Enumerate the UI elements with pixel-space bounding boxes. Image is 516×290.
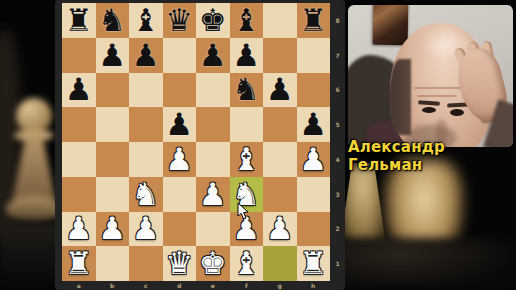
square-f7[interactable]: ♟ — [230, 38, 264, 73]
chess-board[interactable]: ♜♞♝♛♚♝♜♟♟♟♟♟♞♟♟♟♟♝♟♞♟♞♟♟♟♟♟♜♛♚♝♜ — [62, 3, 330, 281]
square-b6[interactable] — [96, 73, 130, 108]
square-d5[interactable]: ♟ — [163, 107, 197, 142]
square-c7[interactable]: ♟ — [129, 38, 163, 73]
square-d2[interactable] — [163, 212, 197, 247]
background-gold-pawn — [6, 92, 60, 232]
piece-white-king[interactable]: ♚ — [199, 248, 227, 279]
square-g6[interactable]: ♟ — [263, 73, 297, 108]
piece-black-pawn[interactable]: ♟ — [266, 74, 294, 105]
square-a5[interactable] — [62, 107, 96, 142]
square-b7[interactable]: ♟ — [96, 38, 130, 73]
square-b5[interactable] — [96, 107, 130, 142]
piece-black-knight[interactable]: ♞ — [98, 5, 126, 36]
square-h4[interactable]: ♟ — [297, 142, 331, 177]
square-c5[interactable] — [129, 107, 163, 142]
square-e6[interactable] — [196, 73, 230, 108]
forehead-crease — [414, 87, 462, 89]
square-g1[interactable] — [263, 246, 297, 281]
rank-label-5: 5 — [331, 107, 344, 142]
piece-white-pawn[interactable]: ♟ — [132, 213, 160, 244]
rank-label-1: 1 — [331, 246, 344, 281]
square-g7[interactable] — [263, 38, 297, 73]
square-a1[interactable]: ♜ — [62, 246, 96, 281]
piece-white-pawn[interactable]: ♟ — [65, 213, 93, 244]
piece-black-king[interactable]: ♚ — [199, 5, 227, 36]
square-b2[interactable]: ♟ — [96, 212, 130, 247]
square-c6[interactable] — [129, 73, 163, 108]
webcam-feed — [348, 5, 513, 147]
square-h5[interactable]: ♟ — [297, 107, 331, 142]
square-h2[interactable] — [297, 212, 331, 247]
piece-black-pawn[interactable]: ♟ — [165, 109, 193, 140]
square-h1[interactable]: ♜ — [297, 246, 331, 281]
piece-white-pawn[interactable]: ♟ — [266, 213, 294, 244]
rank-coordinates: 87654321 — [331, 3, 344, 281]
square-c2[interactable]: ♟ — [129, 212, 163, 247]
piece-white-pawn[interactable]: ♟ — [98, 213, 126, 244]
piece-white-rook[interactable]: ♜ — [299, 248, 327, 279]
piece-white-pawn[interactable]: ♟ — [165, 144, 193, 175]
square-e3[interactable]: ♟ — [196, 177, 230, 212]
file-label-b: b — [96, 281, 130, 290]
rank-label-4: 4 — [331, 142, 344, 177]
file-label-e: e — [196, 281, 230, 290]
square-e5[interactable] — [196, 107, 230, 142]
square-h6[interactable] — [297, 73, 331, 108]
square-a6[interactable]: ♟ — [62, 73, 96, 108]
wall-poster — [373, 5, 409, 45]
square-f1[interactable]: ♝ — [230, 246, 264, 281]
square-c8[interactable]: ♝ — [129, 3, 163, 38]
square-d1[interactable]: ♛ — [163, 246, 197, 281]
square-h8[interactable]: ♜ — [297, 3, 331, 38]
piece-black-bishop[interactable]: ♝ — [232, 5, 260, 36]
rank-label-8: 8 — [331, 3, 344, 38]
square-f5[interactable] — [230, 107, 264, 142]
piece-white-bishop[interactable]: ♝ — [232, 248, 260, 279]
file-label-a: a — [62, 281, 96, 290]
square-h7[interactable] — [297, 38, 331, 73]
square-c4[interactable] — [129, 142, 163, 177]
video-frame: ♜♞♝♛♚♝♜♟♟♟♟♟♞♟♟♟♟♝♟♞♟♞♟♟♟♟♟♜♛♚♝♜ 8765432… — [0, 0, 516, 290]
piece-white-rook[interactable]: ♜ — [65, 248, 93, 279]
rank-label-2: 2 — [331, 212, 344, 247]
rank-label-6: 6 — [331, 73, 344, 108]
square-d7[interactable] — [163, 38, 197, 73]
square-f6[interactable]: ♞ — [230, 73, 264, 108]
square-g2[interactable]: ♟ — [263, 212, 297, 247]
player-name-caption: Александр Гельман — [348, 145, 513, 167]
square-c1[interactable] — [129, 246, 163, 281]
file-coordinates: abcdefgh — [62, 281, 330, 290]
square-g3[interactable] — [263, 177, 297, 212]
file-label-h: h — [297, 281, 331, 290]
player-eye — [450, 109, 464, 116]
player-eye — [422, 107, 436, 113]
rank-label-3: 3 — [331, 177, 344, 212]
background-floor-right — [336, 238, 516, 290]
square-b8[interactable]: ♞ — [96, 3, 130, 38]
square-d4[interactable]: ♟ — [163, 142, 197, 177]
piece-white-queen[interactable]: ♛ — [165, 248, 193, 279]
piece-black-pawn[interactable]: ♟ — [199, 40, 227, 71]
rank-label-7: 7 — [331, 38, 344, 73]
background-gold-piece-small — [340, 163, 386, 245]
square-d8[interactable]: ♛ — [163, 3, 197, 38]
square-e7[interactable]: ♟ — [196, 38, 230, 73]
background-floor-left — [0, 222, 62, 290]
piece-black-pawn[interactable]: ♟ — [65, 74, 93, 105]
piece-black-knight[interactable]: ♞ — [232, 74, 260, 105]
square-a3[interactable] — [62, 177, 96, 212]
square-f8[interactable]: ♝ — [230, 3, 264, 38]
player-hair-left — [389, 59, 411, 135]
square-d3[interactable] — [163, 177, 197, 212]
piece-white-knight[interactable]: ♞ — [132, 179, 160, 210]
square-b1[interactable] — [96, 246, 130, 281]
piece-white-pawn[interactable]: ♟ — [299, 144, 327, 175]
file-label-g: g — [263, 281, 297, 290]
square-c3[interactable]: ♞ — [129, 177, 163, 212]
piece-black-queen[interactable]: ♛ — [165, 5, 193, 36]
square-a2[interactable]: ♟ — [62, 212, 96, 247]
square-g8[interactable] — [263, 3, 297, 38]
mouse-cursor — [237, 203, 249, 220]
piece-black-rook[interactable]: ♜ — [299, 5, 327, 36]
file-label-f: f — [230, 281, 264, 290]
square-a4[interactable] — [62, 142, 96, 177]
piece-black-pawn[interactable]: ♟ — [98, 40, 126, 71]
file-label-c: c — [129, 281, 163, 290]
square-f4[interactable]: ♝ — [230, 142, 264, 177]
square-e8[interactable]: ♚ — [196, 3, 230, 38]
piece-white-bishop[interactable]: ♝ — [232, 144, 260, 175]
piece-black-bishop[interactable]: ♝ — [132, 5, 160, 36]
square-d6[interactable] — [163, 73, 197, 108]
piece-white-pawn[interactable]: ♟ — [199, 179, 227, 210]
square-a8[interactable]: ♜ — [62, 3, 96, 38]
square-g5[interactable] — [263, 107, 297, 142]
square-b4[interactable] — [96, 142, 130, 177]
forehead-crease — [417, 95, 457, 97]
square-e1[interactable]: ♚ — [196, 246, 230, 281]
square-a7[interactable] — [62, 38, 96, 73]
piece-black-pawn[interactable]: ♟ — [299, 109, 327, 140]
file-label-d: d — [163, 281, 197, 290]
piece-black-rook[interactable]: ♜ — [65, 5, 93, 36]
square-h3[interactable] — [297, 177, 331, 212]
square-b3[interactable] — [96, 177, 130, 212]
square-e2[interactable] — [196, 212, 230, 247]
piece-black-pawn[interactable]: ♟ — [232, 40, 260, 71]
square-e4[interactable] — [196, 142, 230, 177]
piece-black-pawn[interactable]: ♟ — [132, 40, 160, 71]
square-g4[interactable] — [263, 142, 297, 177]
